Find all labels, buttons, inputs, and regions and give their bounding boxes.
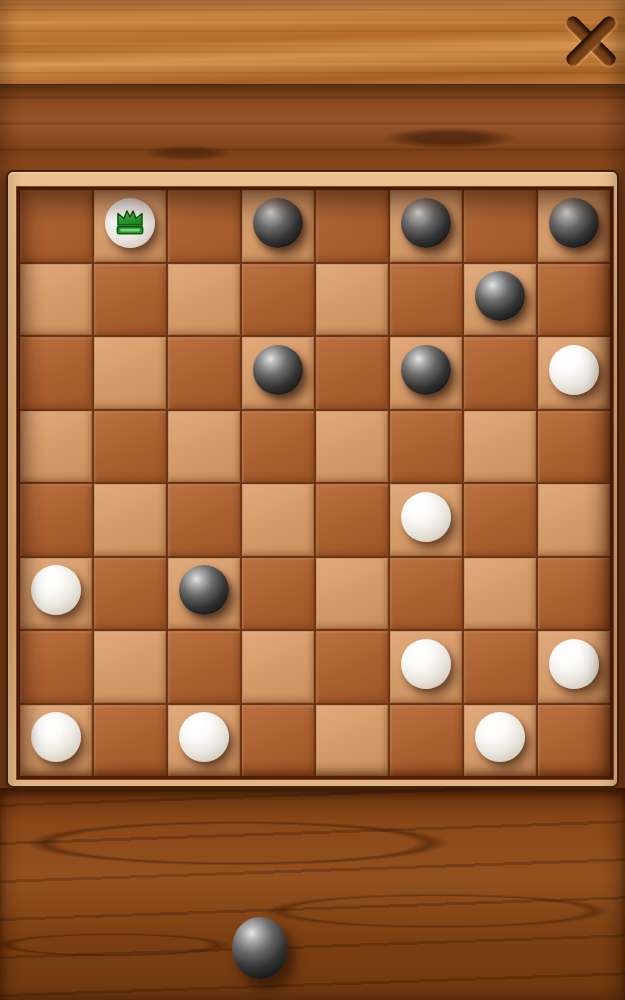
board-square[interactable] bbox=[20, 411, 92, 483]
board-square[interactable] bbox=[464, 190, 536, 262]
checker-black[interactable] bbox=[549, 198, 599, 248]
checker-black[interactable] bbox=[253, 345, 303, 395]
board-square[interactable] bbox=[242, 411, 314, 483]
board-square[interactable] bbox=[464, 484, 536, 556]
board-square[interactable] bbox=[94, 705, 166, 777]
checker-black[interactable] bbox=[475, 271, 525, 321]
app-window bbox=[0, 0, 625, 1000]
board-square[interactable] bbox=[390, 484, 462, 556]
close-button[interactable] bbox=[559, 5, 623, 77]
board-square[interactable] bbox=[390, 337, 462, 409]
board-square[interactable] bbox=[316, 484, 388, 556]
board-square[interactable] bbox=[20, 264, 92, 336]
checker-white-king[interactable] bbox=[105, 198, 155, 248]
board-square[interactable] bbox=[316, 558, 388, 630]
board-square[interactable] bbox=[316, 411, 388, 483]
board-square[interactable] bbox=[168, 558, 240, 630]
board-square[interactable] bbox=[390, 411, 462, 483]
board-square[interactable] bbox=[94, 337, 166, 409]
board-square[interactable] bbox=[94, 558, 166, 630]
checker-white[interactable] bbox=[401, 492, 451, 542]
board-square[interactable] bbox=[94, 484, 166, 556]
king-crown-icon bbox=[114, 208, 146, 237]
board-square[interactable] bbox=[390, 705, 462, 777]
wood-band-bottom bbox=[0, 788, 625, 1000]
board-square[interactable] bbox=[242, 631, 314, 703]
board-square[interactable] bbox=[316, 264, 388, 336]
board-square[interactable] bbox=[538, 631, 610, 703]
board-square[interactable] bbox=[242, 558, 314, 630]
board-square[interactable] bbox=[538, 337, 610, 409]
board bbox=[17, 187, 613, 779]
board-square[interactable] bbox=[94, 190, 166, 262]
board-square[interactable] bbox=[464, 631, 536, 703]
checker-white[interactable] bbox=[549, 345, 599, 395]
board-square[interactable] bbox=[316, 705, 388, 777]
board-square[interactable] bbox=[538, 705, 610, 777]
board-square[interactable] bbox=[242, 705, 314, 777]
board-square[interactable] bbox=[538, 558, 610, 630]
board-square[interactable] bbox=[464, 411, 536, 483]
board-square[interactable] bbox=[390, 558, 462, 630]
checker-white[interactable] bbox=[401, 639, 451, 689]
board-square[interactable] bbox=[20, 190, 92, 262]
checker-black[interactable] bbox=[179, 565, 229, 615]
board-square[interactable] bbox=[242, 484, 314, 556]
checker-white[interactable] bbox=[31, 565, 81, 615]
board-square[interactable] bbox=[538, 484, 610, 556]
board-square[interactable] bbox=[242, 190, 314, 262]
board-square[interactable] bbox=[94, 411, 166, 483]
board-square[interactable] bbox=[316, 337, 388, 409]
board-square[interactable] bbox=[464, 264, 536, 336]
checker-white[interactable] bbox=[31, 712, 81, 762]
board-square[interactable] bbox=[94, 631, 166, 703]
checker-black[interactable] bbox=[401, 345, 451, 395]
board-square[interactable] bbox=[464, 337, 536, 409]
checker-black[interactable] bbox=[401, 198, 451, 248]
board-square[interactable] bbox=[538, 264, 610, 336]
board-square[interactable] bbox=[316, 190, 388, 262]
checker-white[interactable] bbox=[475, 712, 525, 762]
board-square[interactable] bbox=[20, 705, 92, 777]
checker-black[interactable] bbox=[253, 198, 303, 248]
board-square[interactable] bbox=[538, 190, 610, 262]
turn-indicator-piece bbox=[232, 917, 288, 979]
wood-band-top bbox=[0, 86, 625, 170]
board-square[interactable] bbox=[168, 190, 240, 262]
checker-white[interactable] bbox=[549, 639, 599, 689]
board-square[interactable] bbox=[94, 264, 166, 336]
board-square[interactable] bbox=[464, 705, 536, 777]
board-square[interactable] bbox=[390, 631, 462, 703]
board-square[interactable] bbox=[20, 484, 92, 556]
board-square[interactable] bbox=[168, 411, 240, 483]
board-square[interactable] bbox=[538, 411, 610, 483]
board-square[interactable] bbox=[168, 631, 240, 703]
board-square[interactable] bbox=[316, 631, 388, 703]
board-square[interactable] bbox=[168, 264, 240, 336]
board-square[interactable] bbox=[20, 558, 92, 630]
top-toolbar bbox=[0, 0, 625, 86]
checker-white[interactable] bbox=[179, 712, 229, 762]
board-frame bbox=[6, 170, 619, 788]
board-square[interactable] bbox=[20, 337, 92, 409]
board-square[interactable] bbox=[464, 558, 536, 630]
board-square[interactable] bbox=[20, 631, 92, 703]
board-square[interactable] bbox=[168, 484, 240, 556]
board-square[interactable] bbox=[390, 190, 462, 262]
board-square[interactable] bbox=[168, 705, 240, 777]
board-square[interactable] bbox=[390, 264, 462, 336]
board-square[interactable] bbox=[168, 337, 240, 409]
board-square[interactable] bbox=[242, 264, 314, 336]
board-square[interactable] bbox=[242, 337, 314, 409]
